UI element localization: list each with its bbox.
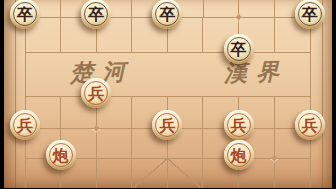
board-frame-line-right xyxy=(322,0,323,188)
piece-black-soldier[interactable]: 卒 xyxy=(224,34,254,64)
river-cell xyxy=(168,53,204,97)
red-soldier-glyph: 兵 xyxy=(88,86,104,102)
river-cell xyxy=(26,53,62,97)
screen: 楚河 漢界 ✦✦✦ 卒卒卒卒卒兵兵兵兵兵炮炮 xyxy=(0,0,336,188)
red-soldier-glyph: 兵 xyxy=(231,118,247,134)
piece-red-soldier[interactable]: 兵 xyxy=(224,110,254,140)
piece-red-cannon[interactable]: 炮 xyxy=(46,140,76,170)
grid-file-stub xyxy=(274,0,275,17)
piece-red-soldier[interactable]: 兵 xyxy=(81,78,111,108)
piece-red-soldier[interactable]: 兵 xyxy=(295,110,325,140)
black-soldier-glyph: 卒 xyxy=(17,7,33,23)
red-cannon-glyph: 炮 xyxy=(53,148,69,164)
board-cell xyxy=(132,159,168,189)
xiangqi-board: 楚河 漢界 ✦✦✦ 卒卒卒卒卒兵兵兵兵兵炮炮 xyxy=(4,0,332,188)
board-cell xyxy=(275,159,311,189)
board-cell xyxy=(168,159,204,189)
red-cannon-glyph: 炮 xyxy=(231,148,247,164)
board-frame-line-left xyxy=(15,0,16,188)
board-cell xyxy=(97,129,133,159)
piece-red-cannon[interactable]: 炮 xyxy=(224,140,254,170)
grid-file-stub xyxy=(131,0,132,17)
red-soldier-glyph: 兵 xyxy=(302,118,318,134)
piece-black-soldier[interactable]: 卒 xyxy=(295,0,325,29)
position-star: ✦ xyxy=(269,152,280,165)
black-soldier-glyph: 卒 xyxy=(159,7,175,23)
piece-black-soldier[interactable]: 卒 xyxy=(10,0,40,29)
red-soldier-glyph: 兵 xyxy=(159,118,175,134)
piece-red-soldier[interactable]: 兵 xyxy=(10,110,40,140)
grid-file-stub xyxy=(203,0,204,17)
black-soldier-glyph: 卒 xyxy=(88,7,104,23)
grid-file-stub xyxy=(60,0,61,17)
black-soldier-glyph: 卒 xyxy=(231,42,247,58)
red-soldier-glyph: 兵 xyxy=(17,118,33,134)
position-star: ✦ xyxy=(91,122,102,135)
black-soldier-glyph: 卒 xyxy=(302,7,318,23)
position-star: ✦ xyxy=(233,11,244,24)
board-cell xyxy=(97,159,133,189)
river-cell xyxy=(132,53,168,97)
